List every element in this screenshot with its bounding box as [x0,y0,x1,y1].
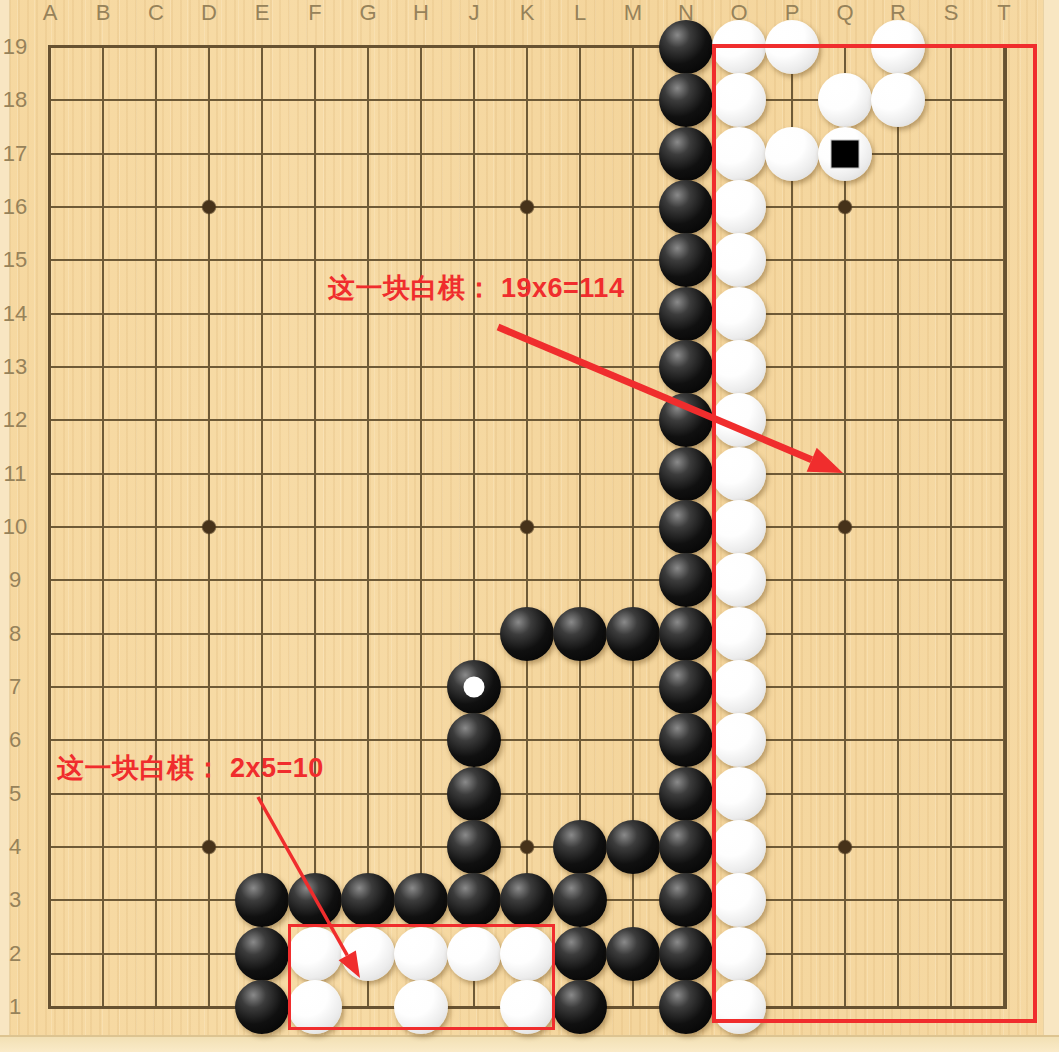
go-board[interactable]: ABCDEFGHJKLMNOPQRST 19181716151413121110… [0,0,1059,1052]
stone-black[interactable] [606,927,660,981]
stone-black[interactable] [659,393,713,447]
stone-black[interactable] [659,980,713,1034]
stone-black[interactable] [553,980,607,1034]
stone-black[interactable] [659,447,713,501]
coord-label-left: 5 [9,781,21,807]
stone-black[interactable] [659,873,713,927]
stone-black[interactable] [235,873,289,927]
coord-label-left: 12 [3,407,27,433]
stone-black[interactable] [553,873,607,927]
annotation-text-right-territory: 这一块白棋： 19x6=114 [328,270,624,306]
stone-black[interactable] [606,607,660,661]
coord-label-left: 9 [9,567,21,593]
stone-black[interactable] [659,820,713,874]
stone-black[interactable] [553,607,607,661]
stone-black[interactable] [235,980,289,1034]
coord-label-left: 14 [3,301,27,327]
coord-label-left: 4 [9,834,21,860]
annotation-rect-white-group-bottom [288,924,555,1030]
coord-label-top: S [944,0,959,26]
stone-black[interactable] [500,607,554,661]
star-point [520,199,535,214]
stone-black[interactable] [659,713,713,767]
coord-label-top: E [255,0,270,26]
star-point [202,199,217,214]
coord-label-top: J [469,0,480,26]
stone-black[interactable] [341,873,395,927]
stone-black[interactable] [235,927,289,981]
star-point [520,519,535,534]
star-point [202,839,217,854]
stone-black[interactable] [659,180,713,234]
coord-label-left: 19 [3,34,27,60]
board-edge-right [1043,0,1059,1052]
stone-black[interactable] [659,660,713,714]
coord-label-left: 13 [3,354,27,380]
stone-black[interactable] [606,820,660,874]
board-edge-bottom [0,1035,1059,1052]
coord-label-top: T [997,0,1010,26]
coord-label-left: 11 [4,461,27,487]
coord-label-left: 15 [3,247,27,273]
stone-black[interactable] [659,233,713,287]
coord-label-left: 3 [9,887,21,913]
coord-label-top: D [201,0,217,26]
stone-black[interactable] [659,127,713,181]
annotation-text-bottom-group: 这一块白棋： 2x5=10 [57,750,324,786]
stone-black[interactable] [447,820,501,874]
stone-black[interactable] [553,820,607,874]
coord-label-left: 2 [9,941,21,967]
coord-label-left: 18 [3,87,27,113]
stone-black[interactable] [553,927,607,981]
coord-label-left: 10 [3,514,27,540]
coord-label-left: 6 [9,727,21,753]
stone-black[interactable] [659,287,713,341]
coord-label-left: 1 [9,994,21,1020]
stone-black[interactable] [659,500,713,554]
stone-black[interactable] [447,713,501,767]
stone-black[interactable] [500,873,554,927]
annotation-rect-white-territory-right [712,44,1037,1023]
coord-label-top: C [148,0,164,26]
star-point [202,519,217,534]
stone-black[interactable] [659,73,713,127]
stone-black[interactable] [288,873,342,927]
coord-label-top: F [308,0,321,26]
coord-label-left: 8 [9,621,21,647]
coord-label-top: H [413,0,429,26]
coord-label-top: A [43,0,58,26]
coord-label-top: L [574,0,586,26]
stone-black[interactable] [447,767,501,821]
stone-black[interactable] [659,553,713,607]
coord-label-top: Q [836,0,853,26]
stone-black[interactable] [659,767,713,821]
coord-label-left: 17 [3,141,27,167]
stone-black[interactable] [659,607,713,661]
coord-label-top: K [520,0,535,26]
stone-black[interactable] [394,873,448,927]
stone-black[interactable] [447,873,501,927]
marker-circle-icon [464,676,485,697]
stone-black[interactable] [659,20,713,74]
stone-black[interactable] [659,340,713,394]
star-point [520,839,535,854]
coord-label-left: 16 [3,194,27,220]
coord-label-top: M [624,0,642,26]
coord-label-top: B [96,0,111,26]
coord-label-left: 7 [9,674,21,700]
stone-black[interactable] [659,927,713,981]
coord-label-top: G [359,0,376,26]
